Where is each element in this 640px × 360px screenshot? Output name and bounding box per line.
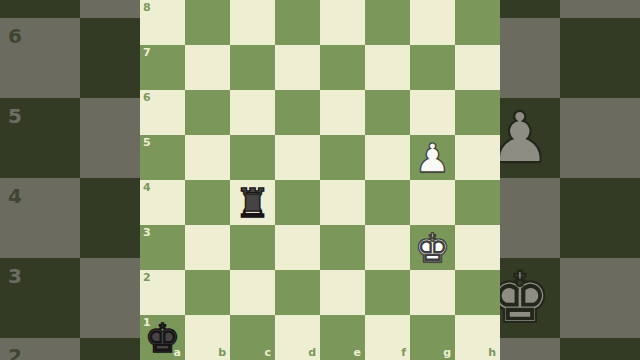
- square-b2[interactable]: [185, 270, 230, 315]
- square-h8[interactable]: [455, 0, 500, 45]
- rank-label-3: 3: [143, 227, 151, 238]
- background-square-a4: 4: [0, 178, 80, 258]
- square-g6[interactable]: [410, 90, 455, 135]
- rank-label-2: 2: [8, 346, 22, 360]
- black-king-icon-a1[interactable]: ♚: [140, 315, 185, 360]
- rank-label-6: 6: [143, 92, 151, 103]
- rank-label-8: 8: [143, 2, 151, 13]
- square-d4[interactable]: [275, 180, 320, 225]
- square-c3[interactable]: [230, 225, 275, 270]
- white-pawn-icon-g5[interactable]: ♟: [410, 135, 455, 180]
- square-e2[interactable]: [320, 270, 365, 315]
- file-label-d: d: [308, 347, 316, 358]
- rank-label-3: 3: [8, 266, 22, 286]
- square-e6[interactable]: [320, 90, 365, 135]
- file-label-c: c: [264, 347, 271, 358]
- square-g4[interactable]: [410, 180, 455, 225]
- square-e5[interactable]: [320, 135, 365, 180]
- square-f5[interactable]: [365, 135, 410, 180]
- square-h5[interactable]: [455, 135, 500, 180]
- square-d5[interactable]: [275, 135, 320, 180]
- chess-shorts-frame: 87654321abcdefgh♜♟♚♚ 87654321abcdefgh♜♟♚…: [0, 0, 640, 360]
- rank-label-4: 4: [143, 182, 151, 193]
- square-a8[interactable]: 8: [140, 0, 185, 45]
- background-square-a2: 2: [0, 338, 80, 360]
- black-rook-icon-c4[interactable]: ♜: [230, 180, 275, 225]
- rank-label-5: 5: [143, 137, 151, 148]
- square-g8[interactable]: [410, 0, 455, 45]
- background-square-h5: [560, 98, 640, 178]
- background-square-a7: 7: [0, 0, 80, 18]
- square-d3[interactable]: [275, 225, 320, 270]
- square-c1[interactable]: c: [230, 315, 275, 360]
- square-f3[interactable]: [365, 225, 410, 270]
- file-label-e: e: [354, 347, 361, 358]
- rank-label-6: 6: [8, 26, 22, 46]
- file-label-h: h: [488, 347, 496, 358]
- square-g7[interactable]: [410, 45, 455, 90]
- background-square-a5: 5: [0, 98, 80, 178]
- square-c7[interactable]: [230, 45, 275, 90]
- file-label-g: g: [443, 347, 451, 358]
- square-f4[interactable]: [365, 180, 410, 225]
- square-g2[interactable]: [410, 270, 455, 315]
- square-a3[interactable]: 3: [140, 225, 185, 270]
- square-b6[interactable]: [185, 90, 230, 135]
- square-a4[interactable]: 4: [140, 180, 185, 225]
- chess-board: 87654321abcdefgh♜♟♚♚: [140, 0, 500, 360]
- file-label-f: f: [401, 347, 406, 358]
- rank-label-2: 2: [143, 272, 151, 283]
- square-e3[interactable]: [320, 225, 365, 270]
- background-square-h6: [560, 18, 640, 98]
- square-e1[interactable]: e: [320, 315, 365, 360]
- background-square-h4: [560, 178, 640, 258]
- square-g1[interactable]: g: [410, 315, 455, 360]
- square-d6[interactable]: [275, 90, 320, 135]
- rank-label-4: 4: [8, 186, 22, 206]
- square-b1[interactable]: b: [185, 315, 230, 360]
- square-d7[interactable]: [275, 45, 320, 90]
- background-square-a6: 6: [0, 18, 80, 98]
- square-c5[interactable]: [230, 135, 275, 180]
- square-h7[interactable]: [455, 45, 500, 90]
- square-e8[interactable]: [320, 0, 365, 45]
- background-square-h3: [560, 258, 640, 338]
- square-b3[interactable]: [185, 225, 230, 270]
- square-f6[interactable]: [365, 90, 410, 135]
- background-square-h2: [560, 338, 640, 360]
- white-king-icon-g3[interactable]: ♚: [410, 225, 455, 270]
- square-f1[interactable]: f: [365, 315, 410, 360]
- square-h3[interactable]: [455, 225, 500, 270]
- square-a6[interactable]: 6: [140, 90, 185, 135]
- square-b7[interactable]: [185, 45, 230, 90]
- square-c6[interactable]: [230, 90, 275, 135]
- square-h1[interactable]: h: [455, 315, 500, 360]
- background-square-a3: 3: [0, 258, 80, 338]
- square-b4[interactable]: [185, 180, 230, 225]
- rank-label-5: 5: [8, 106, 22, 126]
- square-a2[interactable]: 2: [140, 270, 185, 315]
- square-a7[interactable]: 7: [140, 45, 185, 90]
- square-c8[interactable]: [230, 0, 275, 45]
- square-a5[interactable]: 5: [140, 135, 185, 180]
- square-c2[interactable]: [230, 270, 275, 315]
- square-d1[interactable]: d: [275, 315, 320, 360]
- square-b5[interactable]: [185, 135, 230, 180]
- square-f7[interactable]: [365, 45, 410, 90]
- square-h4[interactable]: [455, 180, 500, 225]
- square-e7[interactable]: [320, 45, 365, 90]
- square-d2[interactable]: [275, 270, 320, 315]
- square-b8[interactable]: [185, 0, 230, 45]
- square-h6[interactable]: [455, 90, 500, 135]
- square-h2[interactable]: [455, 270, 500, 315]
- square-e4[interactable]: [320, 180, 365, 225]
- background-square-h7: [560, 0, 640, 18]
- square-f8[interactable]: [365, 0, 410, 45]
- square-f2[interactable]: [365, 270, 410, 315]
- rank-label-7: 7: [143, 47, 151, 58]
- file-label-b: b: [218, 347, 226, 358]
- square-d8[interactable]: [275, 0, 320, 45]
